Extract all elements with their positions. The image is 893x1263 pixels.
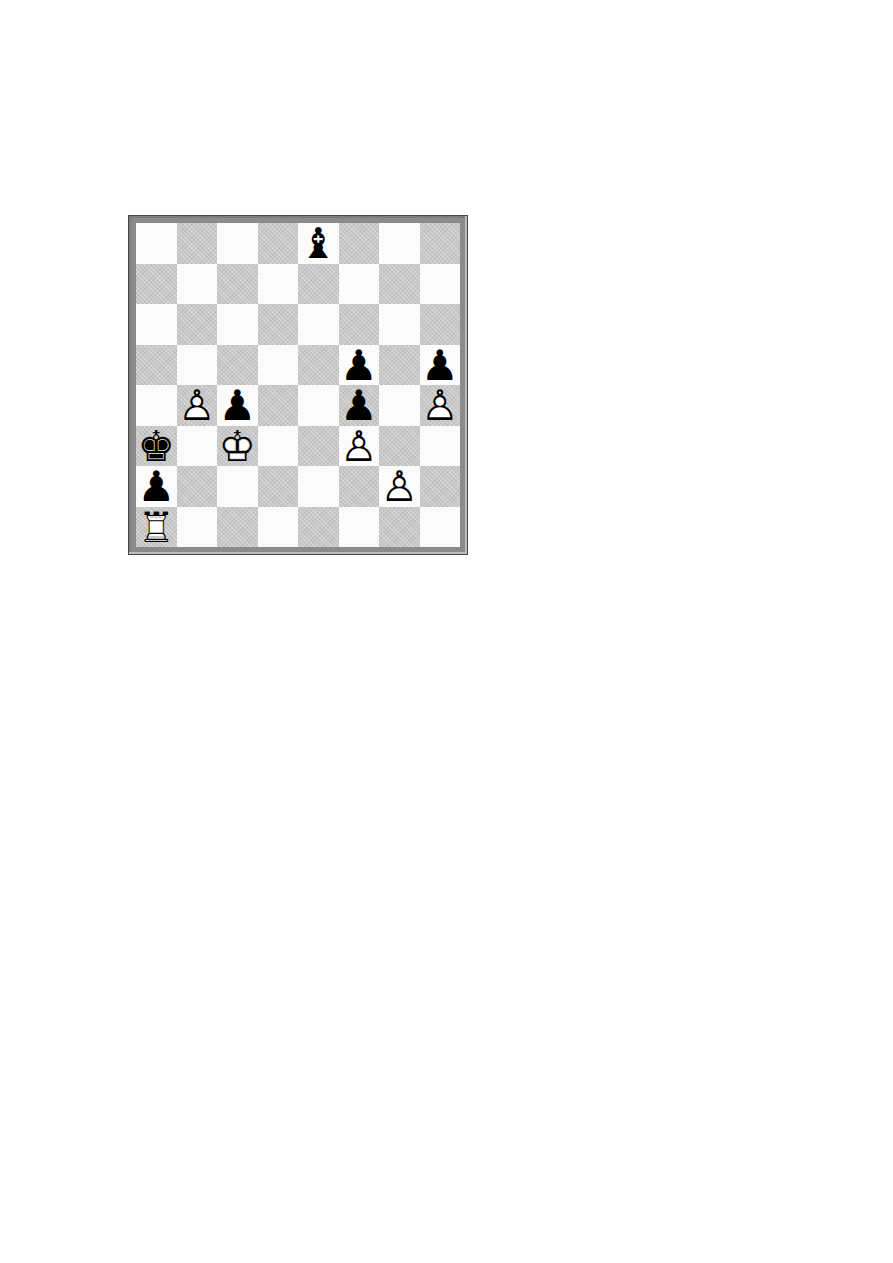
square-d4	[258, 385, 299, 426]
square-h7	[420, 264, 461, 305]
white-rook-icon: ♜♖	[136, 507, 177, 548]
square-g1	[379, 507, 420, 548]
square-h1	[420, 507, 461, 548]
chess-board: ♝♟♟♟♙♟♟♟♙♚♚♔♟♙♟♟♙♜♖	[128, 215, 468, 555]
square-a8	[136, 223, 177, 264]
square-b7	[177, 264, 218, 305]
square-e2	[298, 466, 339, 507]
square-g8	[379, 223, 420, 264]
square-f4: ♟	[339, 385, 380, 426]
square-e4	[298, 385, 339, 426]
square-h2	[420, 466, 461, 507]
square-a2: ♟	[136, 466, 177, 507]
square-a5	[136, 345, 177, 386]
square-f3: ♟♙	[339, 426, 380, 467]
board-grid: ♝♟♟♟♙♟♟♟♙♚♚♔♟♙♟♟♙♜♖	[136, 223, 460, 547]
square-c2	[217, 466, 258, 507]
square-c8	[217, 223, 258, 264]
square-c4: ♟	[217, 385, 258, 426]
square-c7	[217, 264, 258, 305]
square-h5: ♟	[420, 345, 461, 386]
square-f1	[339, 507, 380, 548]
square-b5	[177, 345, 218, 386]
square-b6	[177, 304, 218, 345]
black-pawn-icon: ♟	[339, 385, 380, 426]
square-d2	[258, 466, 299, 507]
square-e3	[298, 426, 339, 467]
black-pawn-icon: ♟	[420, 345, 461, 386]
white-pawn-icon: ♟♙	[379, 466, 420, 507]
square-a1: ♜♖	[136, 507, 177, 548]
square-d7	[258, 264, 299, 305]
square-b3	[177, 426, 218, 467]
white-pawn-icon: ♟♙	[339, 426, 380, 467]
black-pawn-icon: ♟	[136, 466, 177, 507]
square-f8	[339, 223, 380, 264]
black-pawn-icon: ♟	[339, 345, 380, 386]
black-bishop-icon: ♝	[298, 223, 339, 264]
square-d8	[258, 223, 299, 264]
square-d5	[258, 345, 299, 386]
square-b4: ♟♙	[177, 385, 218, 426]
square-h3	[420, 426, 461, 467]
square-g2: ♟♙	[379, 466, 420, 507]
square-e6	[298, 304, 339, 345]
square-h8	[420, 223, 461, 264]
square-e5	[298, 345, 339, 386]
square-g3	[379, 426, 420, 467]
square-h6	[420, 304, 461, 345]
white-pawn-icon: ♟♙	[177, 385, 218, 426]
square-g7	[379, 264, 420, 305]
square-e1	[298, 507, 339, 548]
square-h4: ♟♙	[420, 385, 461, 426]
square-g6	[379, 304, 420, 345]
square-b8	[177, 223, 218, 264]
square-c6	[217, 304, 258, 345]
square-f5: ♟	[339, 345, 380, 386]
square-c5	[217, 345, 258, 386]
square-d1	[258, 507, 299, 548]
white-pawn-icon: ♟♙	[420, 385, 461, 426]
square-d3	[258, 426, 299, 467]
square-f7	[339, 264, 380, 305]
square-b2	[177, 466, 218, 507]
square-g4	[379, 385, 420, 426]
square-e7	[298, 264, 339, 305]
square-d6	[258, 304, 299, 345]
black-king-icon: ♚	[136, 426, 177, 467]
square-b1	[177, 507, 218, 548]
square-f6	[339, 304, 380, 345]
square-a3: ♚	[136, 426, 177, 467]
square-c1	[217, 507, 258, 548]
square-e8: ♝	[298, 223, 339, 264]
square-a7	[136, 264, 177, 305]
square-f2	[339, 466, 380, 507]
square-g5	[379, 345, 420, 386]
black-pawn-icon: ♟	[217, 385, 258, 426]
square-a4	[136, 385, 177, 426]
square-c3: ♚♔	[217, 426, 258, 467]
white-king-icon: ♚♔	[217, 426, 258, 467]
square-a6	[136, 304, 177, 345]
